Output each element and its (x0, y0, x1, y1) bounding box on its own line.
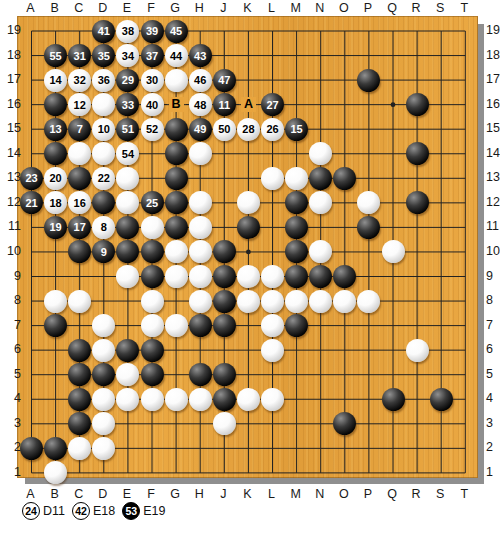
stone-black: 23 (20, 167, 43, 190)
caption-move-42: 42 (72, 502, 90, 520)
star-point (391, 102, 396, 107)
stone-black: 13 (44, 118, 67, 141)
move-number: 43 (194, 50, 206, 62)
stone-black (68, 388, 91, 411)
move-number: 49 (194, 123, 206, 135)
move-number: 46 (194, 74, 206, 86)
stone-white (237, 388, 260, 411)
stone-white (237, 265, 260, 288)
stone-black (116, 339, 139, 362)
stone-black (237, 216, 260, 239)
stone-white (261, 265, 284, 288)
stone-black (165, 191, 188, 214)
stone-white (165, 265, 188, 288)
move-number: 48 (194, 99, 206, 111)
stone-black (165, 167, 188, 190)
stone-black (141, 339, 164, 362)
stone-white (116, 388, 139, 411)
row-label-right-6: 6 (486, 342, 500, 356)
stone-white (165, 69, 188, 92)
go-board: BA41383945553135343744431432362930464712… (17, 16, 478, 478)
stone-black (285, 265, 308, 288)
col-label-top-R: R (406, 1, 426, 15)
move-number: 27 (266, 99, 278, 111)
row-label-right-4: 4 (486, 391, 500, 405)
stone-black: 45 (165, 20, 188, 43)
row-label-right-8: 8 (486, 293, 500, 307)
col-label-bottom-K: K (237, 487, 257, 501)
col-label-bottom-A: A (21, 487, 41, 501)
stone-white (189, 265, 212, 288)
move-number: 39 (146, 25, 158, 37)
go-diagram-screen: BA41383945553135343744431432362930464712… (0, 0, 500, 537)
stone-white (261, 314, 284, 337)
col-label-bottom-S: S (430, 487, 450, 501)
move-number: 51 (122, 123, 134, 135)
move-number: 50 (218, 123, 230, 135)
stone-white: 44 (165, 44, 188, 67)
stone-black: 15 (285, 118, 308, 141)
stone-black (20, 437, 43, 460)
stone-white: 38 (116, 20, 139, 43)
stone-black (189, 363, 212, 386)
col-label-top-E: E (117, 1, 137, 15)
stone-black: 51 (116, 118, 139, 141)
stone-black (406, 93, 429, 116)
stone-white (261, 339, 284, 362)
move-number: 19 (49, 221, 61, 233)
stone-white: 50 (213, 118, 236, 141)
col-label-top-J: J (213, 1, 233, 15)
caption-coord-D11: D11 (43, 504, 65, 518)
stone-black (213, 388, 236, 411)
point-label-A: A (241, 97, 256, 112)
stone-white: 40 (141, 93, 164, 116)
row-label-right-13: 13 (486, 170, 500, 184)
figure-caption: 24D1142E1853E19 (22, 501, 173, 521)
stone-black (165, 216, 188, 239)
stone-black (213, 314, 236, 337)
stone-white (213, 412, 236, 435)
move-number: 45 (170, 25, 182, 37)
stone-white (92, 437, 115, 460)
stone-black (165, 142, 188, 165)
stone-black (68, 167, 91, 190)
stone-white (285, 167, 308, 190)
move-number: 31 (74, 50, 86, 62)
col-label-bottom-C: C (69, 487, 89, 501)
move-number: 17 (74, 221, 86, 233)
stone-black (213, 363, 236, 386)
move-number: 18 (49, 197, 61, 209)
move-number: 29 (122, 74, 134, 86)
row-label-right-17: 17 (486, 72, 500, 86)
col-label-top-M: M (286, 1, 306, 15)
caption-move-24: 24 (22, 502, 40, 520)
move-number: 21 (25, 197, 37, 209)
stone-white: 32 (68, 69, 91, 92)
move-number: 32 (74, 74, 86, 86)
stone-white (165, 314, 188, 337)
move-number: 40 (146, 99, 158, 111)
stone-black (141, 363, 164, 386)
stone-white (141, 388, 164, 411)
col-label-bottom-E: E (117, 487, 137, 501)
stone-black (430, 388, 453, 411)
stone-white (333, 290, 356, 313)
stone-black (382, 388, 405, 411)
col-label-top-D: D (93, 1, 113, 15)
stone-black (309, 167, 332, 190)
col-label-bottom-G: G (165, 487, 185, 501)
col-label-bottom-H: H (189, 487, 209, 501)
stone-black: 19 (44, 216, 67, 239)
stone-white (68, 437, 91, 460)
move-number: 33 (122, 99, 134, 111)
stone-black: 27 (261, 93, 284, 116)
stone-white: 14 (44, 69, 67, 92)
stone-white (261, 167, 284, 190)
stone-white: 48 (189, 93, 212, 116)
move-number: 55 (49, 50, 61, 62)
row-label-right-12: 12 (486, 195, 500, 209)
stone-black (165, 118, 188, 141)
col-label-bottom-F: F (141, 487, 161, 501)
stone-black (213, 290, 236, 313)
col-label-bottom-Q: Q (382, 487, 402, 501)
move-number: 9 (101, 246, 107, 258)
move-number: 44 (170, 50, 182, 62)
caption-coord-E19: E19 (143, 504, 165, 518)
move-number: 12 (74, 99, 86, 111)
move-number: 54 (122, 148, 134, 160)
row-label-right-19: 19 (486, 23, 500, 37)
stone-black: 29 (116, 69, 139, 92)
stone-white (189, 388, 212, 411)
stone-black (406, 191, 429, 214)
star-point (246, 250, 251, 255)
move-number: 36 (98, 74, 110, 86)
stone-white: 52 (141, 118, 164, 141)
stone-white: 26 (261, 118, 284, 141)
col-label-bottom-L: L (262, 487, 282, 501)
row-label-right-14: 14 (486, 146, 500, 160)
col-label-bottom-O: O (334, 487, 354, 501)
stone-white (309, 290, 332, 313)
stone-white (165, 388, 188, 411)
stone-white (44, 461, 67, 484)
move-number: 10 (98, 123, 110, 135)
col-label-top-F: F (141, 1, 161, 15)
row-label-right-5: 5 (486, 367, 500, 381)
stone-white (285, 290, 308, 313)
stone-white: 20 (44, 167, 67, 190)
row-label-right-16: 16 (486, 97, 500, 111)
stone-white (92, 388, 115, 411)
stone-black (189, 314, 212, 337)
stone-white: 10 (92, 118, 115, 141)
stone-white (189, 191, 212, 214)
row-label-right-11: 11 (486, 219, 500, 233)
move-number: 7 (77, 123, 83, 135)
move-number: 23 (25, 172, 37, 184)
col-label-top-P: P (358, 1, 378, 15)
stone-white (44, 290, 67, 313)
stone-white: 30 (141, 69, 164, 92)
col-label-top-L: L (262, 1, 282, 15)
row-label-right-3: 3 (486, 416, 500, 430)
stone-black: 39 (141, 20, 164, 43)
move-number: 13 (49, 123, 61, 135)
stone-white (237, 290, 260, 313)
stone-black (333, 167, 356, 190)
stone-black (141, 240, 164, 263)
move-number: 30 (146, 74, 158, 86)
col-label-bottom-T: T (454, 487, 474, 501)
move-number: 35 (98, 50, 110, 62)
stone-white (382, 240, 405, 263)
stone-black (44, 437, 67, 460)
stone-white (92, 339, 115, 362)
stone-white (189, 216, 212, 239)
stone-white (406, 339, 429, 362)
stone-black: 7 (68, 118, 91, 141)
col-label-top-H: H (189, 1, 209, 15)
col-label-bottom-J: J (213, 487, 233, 501)
stone-white (261, 388, 284, 411)
move-number: 38 (122, 25, 134, 37)
move-number: 8 (101, 221, 107, 233)
row-label-right-9: 9 (486, 269, 500, 283)
row-label-right-7: 7 (486, 318, 500, 332)
col-label-bottom-M: M (286, 487, 306, 501)
stone-black: 25 (141, 191, 164, 214)
stone-white (189, 290, 212, 313)
col-label-top-K: K (237, 1, 257, 15)
stone-white: 46 (189, 69, 212, 92)
move-number: 28 (242, 123, 254, 135)
col-label-bottom-D: D (93, 487, 113, 501)
move-number: 47 (218, 74, 230, 86)
row-label-right-15: 15 (486, 121, 500, 135)
stone-white: 22 (92, 167, 115, 190)
move-number: 34 (122, 50, 134, 62)
stone-white (141, 314, 164, 337)
stone-black: 41 (92, 20, 115, 43)
stone-black (357, 69, 380, 92)
col-label-top-C: C (69, 1, 89, 15)
stone-white (261, 290, 284, 313)
stone-black: 43 (189, 44, 212, 67)
move-number: 25 (146, 197, 158, 209)
move-number: 15 (290, 123, 302, 135)
stone-black: 55 (44, 44, 67, 67)
stone-black: 37 (141, 44, 164, 67)
stone-white (189, 240, 212, 263)
stone-white: 36 (92, 69, 115, 92)
move-number: 16 (74, 197, 86, 209)
col-label-top-T: T (454, 1, 474, 15)
stone-white (165, 240, 188, 263)
col-label-bottom-N: N (310, 487, 330, 501)
stone-black: 11 (213, 93, 236, 116)
col-label-top-O: O (334, 1, 354, 15)
stone-black (406, 142, 429, 165)
col-label-top-S: S (430, 1, 450, 15)
col-label-top-G: G (165, 1, 185, 15)
move-number: 52 (146, 123, 158, 135)
stone-black (213, 265, 236, 288)
stone-white (141, 216, 164, 239)
move-number: 14 (49, 74, 61, 86)
col-label-top-B: B (45, 1, 65, 15)
row-label-right-2: 2 (486, 440, 500, 454)
move-number: 41 (98, 25, 110, 37)
col-label-top-N: N (310, 1, 330, 15)
caption-coord-E18: E18 (93, 504, 115, 518)
col-label-bottom-P: P (358, 487, 378, 501)
col-label-bottom-R: R (406, 487, 426, 501)
stone-white (189, 142, 212, 165)
stone-black (68, 339, 91, 362)
col-label-top-A: A (21, 1, 41, 15)
caption-move-53: 53 (122, 502, 140, 520)
stone-black: 47 (213, 69, 236, 92)
move-number: 37 (146, 50, 158, 62)
stone-black (141, 265, 164, 288)
row-label-right-1: 1 (486, 465, 500, 479)
col-label-top-Q: Q (382, 1, 402, 15)
stone-black: 49 (189, 118, 212, 141)
row-label-right-18: 18 (486, 48, 500, 62)
stone-white: 28 (237, 118, 260, 141)
move-number: 26 (266, 123, 278, 135)
move-number: 11 (218, 99, 230, 111)
stone-black (285, 216, 308, 239)
move-number: 20 (49, 172, 61, 184)
stone-white (68, 290, 91, 313)
stone-white (357, 290, 380, 313)
col-label-bottom-B: B (45, 487, 65, 501)
move-number: 22 (98, 172, 110, 184)
stone-black: 17 (68, 216, 91, 239)
row-label-right-10: 10 (486, 244, 500, 258)
point-label-B: B (169, 97, 184, 112)
stone-white (141, 290, 164, 313)
